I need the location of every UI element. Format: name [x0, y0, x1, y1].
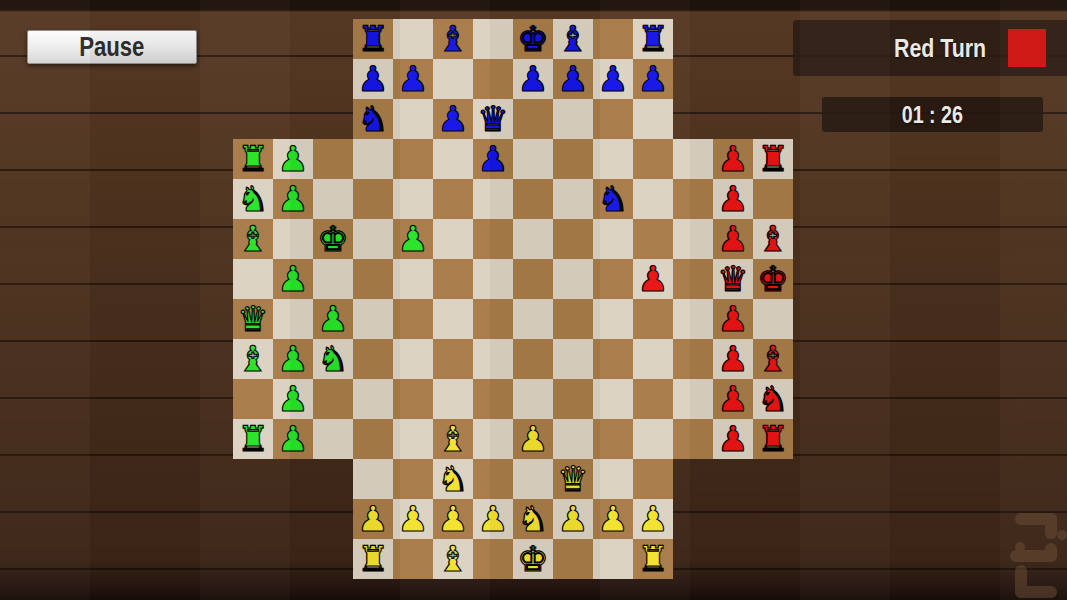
game-screen: Pause Red Turn 01 : 26 ♜♝♚♝♜♟♟♟♟♟♟♞♟♛♜♟♟… [0, 0, 1067, 600]
board-square[interactable]: ♟ [553, 59, 593, 99]
board-square[interactable]: ♚ [313, 219, 353, 259]
board-square[interactable]: ♟ [513, 59, 553, 99]
blue-knight[interactable]: ♞ [593, 179, 633, 219]
board-square[interactable] [433, 379, 473, 419]
logo-dot [1057, 530, 1067, 540]
board-square[interactable] [473, 459, 513, 499]
board-square[interactable] [313, 419, 353, 459]
board-void [233, 19, 273, 59]
turn-indicator-panel: Red Turn [793, 20, 1067, 76]
board-square[interactable] [513, 459, 553, 499]
board-square[interactable] [473, 339, 513, 379]
board-square[interactable]: ♟ [433, 99, 473, 139]
red-pawn[interactable]: ♟ [713, 419, 753, 459]
board-square[interactable] [513, 139, 553, 179]
board-square[interactable]: ♚ [753, 259, 793, 299]
board-void [233, 539, 273, 579]
red-pawn[interactable]: ♟ [633, 259, 673, 299]
board-square[interactable] [393, 179, 433, 219]
yellow-rook[interactable]: ♜ [353, 539, 393, 579]
board-square[interactable] [393, 139, 433, 179]
board-square[interactable] [353, 299, 393, 339]
turn-color-swatch [1008, 29, 1046, 67]
board-square[interactable] [353, 259, 393, 299]
board-square[interactable] [353, 219, 393, 259]
board-square[interactable] [353, 459, 393, 499]
board-square[interactable]: ♚ [513, 539, 553, 579]
yellow-pawn[interactable]: ♟ [553, 499, 593, 539]
yellow-pawn[interactable]: ♟ [593, 499, 633, 539]
blue-rook[interactable]: ♜ [633, 19, 673, 59]
board-void [713, 459, 753, 499]
blue-pawn[interactable]: ♟ [593, 59, 633, 99]
board-square[interactable] [393, 299, 433, 339]
board-square[interactable]: ♟ [713, 139, 753, 179]
board-square[interactable]: ♟ [593, 59, 633, 99]
board-square[interactable] [393, 459, 433, 499]
board-square[interactable] [313, 379, 353, 419]
board-square[interactable]: ♜ [353, 539, 393, 579]
board-square[interactable] [593, 539, 633, 579]
yellow-pawn[interactable]: ♟ [633, 499, 673, 539]
board-square[interactable]: ♟ [633, 259, 673, 299]
red-rook[interactable]: ♜ [753, 139, 793, 179]
blue-bishop[interactable]: ♝ [553, 19, 593, 59]
board-square[interactable]: ♟ [273, 139, 313, 179]
blue-bishop[interactable]: ♝ [433, 19, 473, 59]
board-square[interactable] [593, 139, 633, 179]
board-square[interactable] [513, 179, 553, 219]
yellow-bishop[interactable]: ♝ [433, 419, 473, 459]
board-square[interactable] [233, 379, 273, 419]
board-square[interactable]: ♚ [513, 19, 553, 59]
board-square[interactable]: ♟ [713, 179, 753, 219]
board-square[interactable] [553, 419, 593, 459]
green-pawn[interactable]: ♟ [273, 379, 313, 419]
board-square[interactable] [553, 299, 593, 339]
turn-label: Red Turn [884, 33, 996, 64]
board-square[interactable] [393, 99, 433, 139]
logo-stroke [1015, 565, 1027, 598]
board-square[interactable] [473, 259, 513, 299]
board-square[interactable] [553, 139, 593, 179]
blue-king[interactable]: ♚ [513, 19, 553, 59]
logo-stroke [1015, 513, 1057, 525]
board-square[interactable]: ♝ [433, 539, 473, 579]
board-square[interactable] [633, 379, 673, 419]
green-bishop[interactable]: ♝ [233, 219, 273, 259]
board-void [313, 19, 353, 59]
board-square[interactable] [353, 379, 393, 419]
board-void [273, 99, 313, 139]
board-square[interactable]: ♝ [233, 339, 273, 379]
board-void [673, 59, 713, 99]
board-square[interactable] [593, 339, 633, 379]
red-pawn[interactable]: ♟ [713, 219, 753, 259]
board-square[interactable] [593, 219, 633, 259]
yellow-queen[interactable]: ♛ [553, 459, 593, 499]
red-queen[interactable]: ♛ [713, 259, 753, 299]
board-square[interactable]: ♟ [553, 499, 593, 539]
green-king[interactable]: ♚ [313, 219, 353, 259]
board-square[interactable] [473, 219, 513, 259]
board-square[interactable] [513, 379, 553, 419]
board-square[interactable] [633, 99, 673, 139]
board-void [233, 499, 273, 539]
board-square[interactable] [753, 299, 793, 339]
board-void [753, 539, 793, 579]
red-pawn[interactable]: ♟ [713, 339, 753, 379]
board-square[interactable] [353, 419, 393, 459]
board-square[interactable]: ♟ [273, 259, 313, 299]
board-square[interactable]: ♝ [433, 419, 473, 459]
red-pawn[interactable]: ♟ [713, 139, 753, 179]
board-square[interactable]: ♟ [433, 499, 473, 539]
board-void [313, 59, 353, 99]
board-square[interactable] [553, 259, 593, 299]
board-square[interactable] [673, 339, 713, 379]
board-square[interactable] [393, 419, 433, 459]
board-void [753, 459, 793, 499]
green-pawn[interactable]: ♟ [393, 219, 433, 259]
board-square[interactable] [433, 299, 473, 339]
board-square[interactable]: ♟ [353, 59, 393, 99]
blue-rook[interactable]: ♜ [353, 19, 393, 59]
red-rook[interactable]: ♜ [753, 419, 793, 459]
board-square[interactable]: ♜ [353, 19, 393, 59]
board-square[interactable]: ♝ [753, 219, 793, 259]
board-square[interactable] [633, 139, 673, 179]
yellow-pawn[interactable]: ♟ [513, 419, 553, 459]
board-square[interactable] [513, 219, 553, 259]
board-void [273, 59, 313, 99]
green-knight[interactable]: ♞ [233, 179, 273, 219]
board-square[interactable]: ♟ [393, 59, 433, 99]
board-square[interactable] [593, 459, 633, 499]
board-square[interactable] [353, 179, 393, 219]
board-square[interactable]: ♟ [273, 179, 313, 219]
board-square[interactable] [513, 299, 553, 339]
board-square[interactable] [433, 139, 473, 179]
green-pawn[interactable]: ♟ [273, 419, 313, 459]
green-queen[interactable]: ♛ [233, 299, 273, 339]
board-square[interactable] [553, 99, 593, 139]
board-void [673, 19, 713, 59]
board-square[interactable] [593, 99, 633, 139]
green-pawn[interactable]: ♟ [273, 259, 313, 299]
board-square[interactable] [433, 339, 473, 379]
board-square[interactable] [553, 219, 593, 259]
board-square[interactable]: ♝ [553, 19, 593, 59]
board-void [273, 19, 313, 59]
red-pawn[interactable]: ♟ [713, 379, 753, 419]
board-square[interactable]: ♜ [753, 139, 793, 179]
board-square[interactable]: ♟ [713, 299, 753, 339]
board-square[interactable]: ♟ [713, 219, 753, 259]
board-square[interactable] [633, 459, 673, 499]
board-square[interactable]: ♛ [473, 99, 513, 139]
board-square[interactable]: ♟ [713, 419, 753, 459]
yellow-pawn[interactable]: ♟ [473, 499, 513, 539]
board-void [753, 499, 793, 539]
board-void [713, 19, 753, 59]
board-square[interactable] [473, 179, 513, 219]
board-square[interactable]: ♛ [553, 459, 593, 499]
board-square[interactable] [553, 339, 593, 379]
board-square[interactable] [633, 179, 673, 219]
board-square[interactable]: ♟ [633, 499, 673, 539]
blue-pawn[interactable]: ♟ [393, 59, 433, 99]
board-square[interactable] [593, 379, 633, 419]
board-square[interactable] [313, 179, 353, 219]
board-square[interactable]: ♟ [393, 499, 433, 539]
timer-value: 01 : 26 [895, 101, 970, 129]
board-square[interactable] [593, 419, 633, 459]
blue-pawn[interactable]: ♟ [633, 59, 673, 99]
board-void [673, 539, 713, 579]
board-square[interactable]: ♟ [473, 139, 513, 179]
board-square[interactable] [553, 539, 593, 579]
board-square[interactable] [393, 339, 433, 379]
yellow-bishop[interactable]: ♝ [433, 539, 473, 579]
board-void [673, 499, 713, 539]
board-void [273, 459, 313, 499]
green-knight[interactable]: ♞ [313, 339, 353, 379]
red-knight[interactable]: ♞ [753, 379, 793, 419]
board-square[interactable] [433, 259, 473, 299]
board-square[interactable] [233, 259, 273, 299]
board-square[interactable] [753, 179, 793, 219]
red-king[interactable]: ♚ [753, 259, 793, 299]
logo-dot [1015, 542, 1025, 552]
board-void [713, 499, 753, 539]
board-square[interactable] [553, 179, 593, 219]
board-square[interactable] [633, 339, 673, 379]
board-square[interactable] [673, 419, 713, 459]
board-square[interactable]: ♜ [633, 539, 673, 579]
board-void [673, 99, 713, 139]
board-square[interactable]: ♝ [233, 219, 273, 259]
blue-knight[interactable]: ♞ [353, 99, 393, 139]
board-square[interactable] [353, 339, 393, 379]
green-pawn[interactable]: ♟ [313, 299, 353, 339]
board-square[interactable]: ♟ [313, 299, 353, 339]
green-rook[interactable]: ♜ [233, 139, 273, 179]
board-square[interactable]: ♜ [233, 139, 273, 179]
yellow-knight[interactable]: ♞ [433, 459, 473, 499]
green-bishop[interactable]: ♝ [233, 339, 273, 379]
board-square[interactable]: ♛ [233, 299, 273, 339]
board-square[interactable]: ♞ [313, 339, 353, 379]
board-square[interactable]: ♝ [433, 19, 473, 59]
board-square[interactable] [273, 299, 313, 339]
board-square[interactable]: ♜ [633, 19, 673, 59]
board-square[interactable] [673, 219, 713, 259]
board-square[interactable]: ♜ [753, 419, 793, 459]
board-square[interactable]: ♟ [393, 219, 433, 259]
board-square[interactable]: ♜ [233, 419, 273, 459]
board-square[interactable] [673, 259, 713, 299]
board-square[interactable] [513, 259, 553, 299]
board-square[interactable]: ♟ [593, 499, 633, 539]
board-square[interactable] [633, 219, 673, 259]
board-void [273, 539, 313, 579]
board-square[interactable] [673, 139, 713, 179]
pause-button[interactable]: Pause [27, 30, 197, 64]
board-void [713, 539, 753, 579]
board-square[interactable] [673, 379, 713, 419]
board-square[interactable]: ♛ [713, 259, 753, 299]
board-void [313, 499, 353, 539]
board-square[interactable] [593, 19, 633, 59]
blue-pawn[interactable]: ♟ [513, 59, 553, 99]
board-square[interactable] [393, 19, 433, 59]
red-pawn[interactable]: ♟ [713, 179, 753, 219]
yellow-pawn[interactable]: ♟ [353, 499, 393, 539]
board-square[interactable] [513, 99, 553, 139]
board-square[interactable] [473, 59, 513, 99]
green-pawn[interactable]: ♟ [273, 339, 313, 379]
board-square[interactable]: ♟ [273, 339, 313, 379]
board-square[interactable] [313, 259, 353, 299]
red-bishop[interactable]: ♝ [753, 219, 793, 259]
board-square[interactable] [593, 259, 633, 299]
board-square[interactable] [473, 539, 513, 579]
pause-button-label: Pause [79, 32, 144, 63]
blue-pawn[interactable]: ♟ [553, 59, 593, 99]
yellow-pawn[interactable]: ♟ [393, 499, 433, 539]
green-pawn[interactable]: ♟ [273, 139, 313, 179]
yellow-knight[interactable]: ♞ [513, 499, 553, 539]
board-square[interactable]: ♟ [513, 419, 553, 459]
board-square[interactable] [673, 179, 713, 219]
publisher-logo-watermark [995, 505, 1065, 600]
board-square[interactable]: ♞ [753, 379, 793, 419]
board-void [673, 459, 713, 499]
board-square[interactable]: ♞ [233, 179, 273, 219]
board-square[interactable]: ♟ [713, 339, 753, 379]
board-square[interactable] [553, 379, 593, 419]
blue-queen[interactable]: ♛ [473, 99, 513, 139]
yellow-rook[interactable]: ♜ [633, 539, 673, 579]
blue-pawn[interactable]: ♟ [473, 139, 513, 179]
board-void [313, 459, 353, 499]
board-square[interactable] [633, 299, 673, 339]
blue-pawn[interactable]: ♟ [433, 99, 473, 139]
green-rook[interactable]: ♜ [233, 419, 273, 459]
board-square[interactable]: ♞ [353, 99, 393, 139]
board-square[interactable]: ♟ [273, 379, 313, 419]
board-square[interactable] [473, 19, 513, 59]
board-square[interactable] [633, 419, 673, 459]
board-square[interactable]: ♝ [753, 339, 793, 379]
blue-pawn[interactable]: ♟ [353, 59, 393, 99]
board[interactable]: ♜♝♚♝♜♟♟♟♟♟♟♞♟♛♜♟♟♟♜♞♟♞♟♝♚♟♟♝♟♟♛♚♛♟♟♝♟♞♟♝… [233, 19, 793, 579]
board-square[interactable] [673, 299, 713, 339]
board-square[interactable] [393, 539, 433, 579]
board-void [753, 59, 793, 99]
board-square[interactable] [473, 379, 513, 419]
board-square[interactable] [593, 299, 633, 339]
board-square[interactable]: ♟ [273, 419, 313, 459]
board-square[interactable]: ♟ [633, 59, 673, 99]
board-square[interactable] [473, 299, 513, 339]
timer-panel: 01 : 26 [822, 97, 1043, 132]
yellow-king[interactable]: ♚ [513, 539, 553, 579]
board-square[interactable] [473, 419, 513, 459]
board-square[interactable] [353, 139, 393, 179]
board-square[interactable] [433, 59, 473, 99]
board-void [713, 59, 753, 99]
board-void [713, 99, 753, 139]
red-bishop[interactable]: ♝ [753, 339, 793, 379]
board-square[interactable]: ♟ [473, 499, 513, 539]
board-void [753, 19, 793, 59]
board-square[interactable] [313, 139, 353, 179]
board-square[interactable] [433, 179, 473, 219]
board-void [313, 99, 353, 139]
board-square[interactable] [433, 219, 473, 259]
logo-stroke [1045, 513, 1057, 539]
board-square[interactable]: ♞ [433, 459, 473, 499]
green-pawn[interactable]: ♟ [273, 179, 313, 219]
board-square[interactable] [273, 219, 313, 259]
board-square[interactable]: ♞ [513, 499, 553, 539]
board-square[interactable]: ♞ [593, 179, 633, 219]
board-void [273, 499, 313, 539]
logo-stroke [1010, 550, 1057, 562]
board-void [233, 59, 273, 99]
board-square[interactable] [513, 339, 553, 379]
board-square[interactable]: ♟ [353, 499, 393, 539]
red-pawn[interactable]: ♟ [713, 299, 753, 339]
yellow-pawn[interactable]: ♟ [433, 499, 473, 539]
board-void [233, 459, 273, 499]
board-void [753, 99, 793, 139]
board-square[interactable]: ♟ [713, 379, 753, 419]
logo-stroke [1045, 543, 1057, 562]
board-square[interactable] [393, 379, 433, 419]
board-void [233, 99, 273, 139]
board-square[interactable] [393, 259, 433, 299]
logo-stroke [1015, 586, 1057, 598]
board-void [313, 539, 353, 579]
